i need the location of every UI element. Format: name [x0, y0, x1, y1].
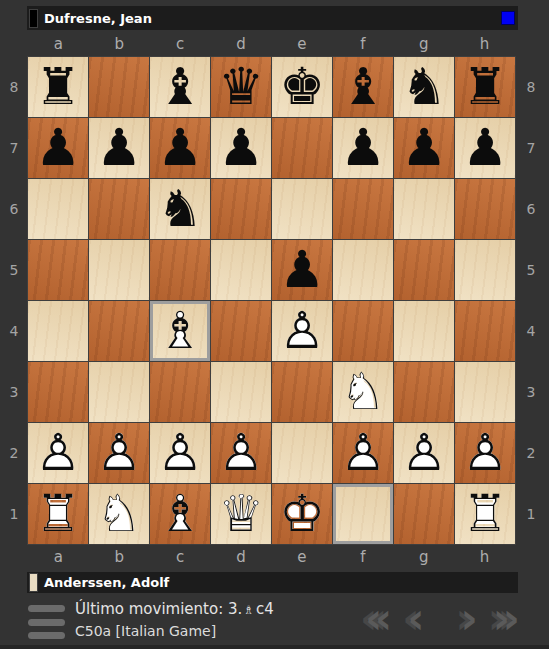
last-move-square: c4 — [256, 600, 274, 618]
square-c4[interactable]: ♝♗ — [150, 301, 210, 361]
square-b8[interactable] — [89, 57, 149, 117]
piece-black-rook[interactable]: ♜ — [455, 57, 515, 117]
file-label-g: g — [393, 546, 454, 568]
rank-label-7: 7 — [4, 118, 24, 179]
file-label-e: e — [272, 33, 333, 55]
square-g3[interactable] — [394, 362, 454, 422]
square-e3[interactable] — [272, 362, 332, 422]
piece-black-pawn[interactable]: ♟ — [28, 118, 88, 178]
piece-black-pawn[interactable]: ♟ — [272, 240, 332, 300]
square-d2[interactable]: ♟♙ — [211, 423, 271, 483]
piece-black-bishop[interactable]: ♝ — [333, 57, 393, 117]
square-d8[interactable]: ♛ — [211, 57, 271, 117]
square-h6[interactable] — [455, 179, 515, 239]
square-h4[interactable] — [455, 301, 515, 361]
file-label-g: g — [393, 33, 454, 55]
file-labels-bottom: abcdefgh — [28, 546, 515, 568]
piece-white-pawn[interactable]: ♟♙ — [28, 423, 88, 483]
square-f2[interactable]: ♟♙ — [333, 423, 393, 483]
square-f8[interactable]: ♝ — [333, 57, 393, 117]
rank-label-6: 6 — [4, 179, 24, 240]
top-player-name: Dufresne, Jean — [44, 11, 152, 26]
square-d4[interactable] — [211, 301, 271, 361]
piece-white-pawn[interactable]: ♟♙ — [211, 423, 271, 483]
hamburger-icon — [28, 632, 65, 639]
square-a5[interactable] — [28, 240, 88, 300]
square-b7[interactable]: ♟ — [89, 118, 149, 178]
square-g4[interactable] — [394, 301, 454, 361]
rank-label-5: 5 — [521, 240, 541, 301]
hamburger-icon — [28, 605, 65, 612]
rank-labels-left: 87654321 — [4, 57, 24, 544]
piece-white-queen[interactable]: ♛♕ — [211, 484, 271, 544]
bishop-figurine-icon: ♗ — [242, 603, 256, 617]
piece-white-pawn[interactable]: ♟♙ — [150, 423, 210, 483]
square-a6[interactable] — [28, 179, 88, 239]
square-e2[interactable] — [272, 423, 332, 483]
square-g2[interactable]: ♟♙ — [394, 423, 454, 483]
file-label-a: a — [28, 33, 89, 55]
square-a7[interactable]: ♟ — [28, 118, 88, 178]
square-c2[interactable]: ♟♙ — [150, 423, 210, 483]
file-label-h: h — [454, 546, 515, 568]
square-h8[interactable]: ♜ — [455, 57, 515, 117]
rank-label-4: 4 — [521, 301, 541, 362]
bottom-edge — [0, 645, 549, 649]
square-a3[interactable] — [28, 362, 88, 422]
file-label-d: d — [211, 33, 272, 55]
file-label-d: d — [211, 546, 272, 568]
move-navigation: « ‹ › » — [365, 597, 520, 641]
rank-label-3: 3 — [521, 361, 541, 422]
square-a8[interactable]: ♜ — [28, 57, 88, 117]
board: ♜♝♛♚♝♞♜♟♟♟♟♟♟♟♞♟♝♗♟♙♞♘♟♙♟♙♟♙♟♙♟♙♟♙♟♙♜♖♞♘… — [27, 56, 516, 545]
file-label-f: f — [332, 33, 393, 55]
piece-white-bishop[interactable]: ♝♗ — [150, 484, 210, 544]
piece-white-pawn[interactable]: ♟♙ — [455, 423, 515, 483]
file-label-h: h — [454, 33, 515, 55]
square-b1[interactable]: ♞♘ — [89, 484, 149, 544]
rank-label-2: 2 — [4, 422, 24, 483]
square-h7[interactable]: ♟ — [455, 118, 515, 178]
square-a4[interactable] — [28, 301, 88, 361]
chess-app-window: Dufresne, Jean abcdefgh 87654321 8765432… — [0, 0, 549, 649]
square-f7[interactable]: ♟ — [333, 118, 393, 178]
piece-white-pawn[interactable]: ♟♙ — [394, 423, 454, 483]
piece-black-pawn[interactable]: ♟ — [455, 118, 515, 178]
bottom-player-bar: Anderssen, Adolf — [27, 572, 518, 593]
piece-white-rook[interactable]: ♜♖ — [455, 484, 515, 544]
piece-white-king[interactable]: ♚♔ — [272, 484, 332, 544]
square-c3[interactable] — [150, 362, 210, 422]
nav-start-button[interactable]: « — [365, 598, 392, 640]
square-d7[interactable]: ♟ — [211, 118, 271, 178]
piece-white-knight[interactable]: ♞♘ — [89, 484, 149, 544]
square-b3[interactable] — [89, 362, 149, 422]
square-c5[interactable] — [150, 240, 210, 300]
file-label-f: f — [332, 546, 393, 568]
rank-label-8: 8 — [4, 57, 24, 118]
square-c1[interactable]: ♝♗ — [150, 484, 210, 544]
square-e4[interactable]: ♟♙ — [272, 301, 332, 361]
piece-black-pawn[interactable]: ♟ — [333, 118, 393, 178]
piece-white-pawn[interactable]: ♟♙ — [333, 423, 393, 483]
file-label-e: e — [272, 546, 333, 568]
square-b4[interactable] — [89, 301, 149, 361]
status-block: Último movimiento: 3.♗c4 C50a [Italian G… — [75, 599, 274, 641]
square-b6[interactable] — [89, 179, 149, 239]
rank-label-5: 5 — [4, 240, 24, 301]
piece-black-knight[interactable]: ♞ — [150, 179, 210, 239]
piece-black-pawn[interactable]: ♟ — [394, 118, 454, 178]
file-labels-top: abcdefgh — [28, 33, 515, 55]
piece-black-knight[interactable]: ♞ — [394, 57, 454, 117]
file-label-b: b — [89, 33, 150, 55]
nav-back-button[interactable]: ‹ — [407, 598, 424, 640]
piece-black-pawn[interactable]: ♟ — [89, 118, 149, 178]
piece-white-pawn[interactable]: ♟♙ — [89, 423, 149, 483]
square-g8[interactable]: ♞ — [394, 57, 454, 117]
piece-black-queen[interactable]: ♛ — [211, 57, 271, 117]
square-d3[interactable] — [211, 362, 271, 422]
piece-black-pawn[interactable]: ♟ — [150, 118, 210, 178]
square-h1[interactable]: ♜♖ — [455, 484, 515, 544]
square-c7[interactable]: ♟ — [150, 118, 210, 178]
piece-white-pawn[interactable]: ♟♙ — [272, 301, 332, 361]
rank-label-4: 4 — [4, 301, 24, 362]
square-c6[interactable]: ♞ — [150, 179, 210, 239]
square-e8[interactable]: ♚ — [272, 57, 332, 117]
opening-name: C50a [Italian Game] — [75, 621, 274, 641]
piece-white-knight[interactable]: ♞♘ — [333, 362, 393, 422]
rank-label-8: 8 — [521, 57, 541, 118]
square-f5[interactable] — [333, 240, 393, 300]
square-a2[interactable]: ♟♙ — [28, 423, 88, 483]
last-move-text: Último movimiento: 3.♗c4 — [75, 599, 274, 621]
piece-black-pawn[interactable]: ♟ — [211, 118, 271, 178]
piece-white-rook[interactable]: ♜♖ — [28, 484, 88, 544]
rank-label-1: 1 — [521, 483, 541, 544]
file-label-a: a — [28, 546, 89, 568]
rank-labels-right: 87654321 — [521, 57, 541, 544]
file-label-c: c — [150, 546, 211, 568]
square-f4[interactable] — [333, 301, 393, 361]
square-d6[interactable] — [211, 179, 271, 239]
rank-label-1: 1 — [4, 483, 24, 544]
square-g5[interactable] — [394, 240, 454, 300]
piece-black-bishop[interactable]: ♝ — [150, 57, 210, 117]
top-player-bar: Dufresne, Jean — [27, 6, 518, 30]
square-g1[interactable] — [394, 484, 454, 544]
piece-black-king[interactable]: ♚ — [272, 57, 332, 117]
square-d5[interactable] — [211, 240, 271, 300]
piece-white-bishop[interactable]: ♝♗ — [150, 301, 210, 361]
square-e6[interactable] — [272, 179, 332, 239]
hamburger-icon — [28, 619, 65, 626]
rank-label-2: 2 — [521, 422, 541, 483]
piece-black-rook[interactable]: ♜ — [28, 57, 88, 117]
square-a1[interactable]: ♜♖ — [28, 484, 88, 544]
square-h3[interactable] — [455, 362, 515, 422]
menu-button[interactable] — [28, 605, 65, 639]
engine-status-indicator — [501, 11, 515, 25]
white-color-indicator — [29, 573, 38, 592]
last-move-prefix: Último movimiento: 3. — [75, 600, 242, 618]
square-g7[interactable]: ♟ — [394, 118, 454, 178]
square-f1[interactable] — [333, 484, 393, 544]
nav-forward-button[interactable]: › — [461, 598, 478, 640]
square-g6[interactable] — [394, 179, 454, 239]
square-e5[interactable]: ♟ — [272, 240, 332, 300]
square-b5[interactable] — [89, 240, 149, 300]
file-label-c: c — [150, 33, 211, 55]
square-h2[interactable]: ♟♙ — [455, 423, 515, 483]
square-b2[interactable]: ♟♙ — [89, 423, 149, 483]
square-d1[interactable]: ♛♕ — [211, 484, 271, 544]
black-color-indicator — [29, 9, 38, 28]
nav-end-button[interactable]: » — [493, 598, 520, 640]
square-f6[interactable] — [333, 179, 393, 239]
rank-label-3: 3 — [4, 361, 24, 422]
square-e1[interactable]: ♚♔ — [272, 484, 332, 544]
square-f3[interactable]: ♞♘ — [333, 362, 393, 422]
square-c8[interactable]: ♝ — [150, 57, 210, 117]
square-h5[interactable] — [455, 240, 515, 300]
bottom-player-name: Anderssen, Adolf — [44, 575, 169, 590]
rank-label-7: 7 — [521, 118, 541, 179]
square-e7[interactable] — [272, 118, 332, 178]
file-label-b: b — [89, 546, 150, 568]
rank-label-6: 6 — [521, 179, 541, 240]
